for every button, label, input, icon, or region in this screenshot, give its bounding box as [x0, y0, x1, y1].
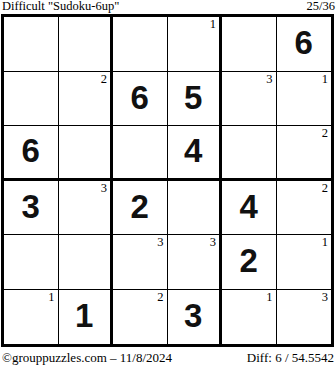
cell-r6c1[interactable]: 1: [4, 290, 59, 345]
cell-r2c5[interactable]: 3: [222, 72, 277, 127]
cell-r4c2[interactable]: 3: [59, 181, 114, 236]
cell-r1c4[interactable]: 1: [168, 17, 223, 72]
page-title: Difficult "Sudoku-6up": [2, 0, 119, 13]
cell-r6c5[interactable]: 1: [222, 290, 277, 345]
cell-r3c4[interactable]: 4: [168, 126, 223, 181]
pencil-mark: 1: [322, 72, 328, 86]
cell-r6c2[interactable]: 1: [59, 290, 114, 345]
cell-value: 4: [240, 190, 258, 223]
cell-r1c5[interactable]: [222, 17, 277, 72]
cell-value: 1: [75, 299, 93, 332]
header: Difficult "Sudoku-6up" 25/36: [2, 0, 335, 13]
pencil-mark: 3: [101, 181, 107, 195]
footer: ©grouppuzzles.com – 11/8/2024 Diff: 6 / …: [2, 350, 334, 366]
cell-value: 5: [184, 81, 202, 114]
cell-r4c4[interactable]: [168, 181, 223, 236]
cell-r5c3[interactable]: 3: [113, 235, 168, 290]
cell-r2c2[interactable]: 2: [59, 72, 114, 127]
cell-r6c3[interactable]: 2: [113, 290, 168, 345]
cell-r3c2[interactable]: [59, 126, 114, 181]
cell-r6c4[interactable]: 3: [168, 290, 223, 345]
pencil-mark: 2: [322, 126, 328, 140]
cell-value: 6: [295, 26, 313, 59]
copyright-date: ©grouppuzzles.com – 11/8/2024: [2, 350, 172, 366]
cell-r3c3[interactable]: [113, 126, 168, 181]
pencil-mark: 1: [266, 290, 272, 304]
cell-r5c6[interactable]: 1: [277, 235, 332, 290]
cell-r6c6[interactable]: 3: [277, 290, 332, 345]
pencil-mark: 1: [48, 290, 54, 304]
sudoku-grid: 1626531642332423321112313: [1, 14, 334, 347]
cell-r2c3[interactable]: 6: [113, 72, 168, 127]
cell-value: 6: [131, 81, 149, 114]
cell-r4c1[interactable]: 3: [4, 181, 59, 236]
pencil-mark: 1: [210, 17, 216, 31]
pencil-mark: 2: [322, 181, 328, 195]
pencil-mark: 3: [322, 290, 328, 304]
cell-r1c3[interactable]: [113, 17, 168, 72]
cell-r4c6[interactable]: 2: [277, 181, 332, 236]
pencil-mark: 2: [157, 290, 163, 304]
cell-r3c1[interactable]: 6: [4, 126, 59, 181]
cell-value: 3: [22, 190, 40, 223]
cell-r1c1[interactable]: [4, 17, 59, 72]
puzzle-page: Difficult "Sudoku-6up" 25/36 16265316423…: [0, 0, 336, 370]
cell-value: 4: [184, 134, 202, 167]
cell-r2c4[interactable]: 5: [168, 72, 223, 127]
cell-value: 3: [184, 299, 202, 332]
cell-r3c6[interactable]: 2: [277, 126, 332, 181]
cell-r5c5[interactable]: 2: [222, 235, 277, 290]
difficulty-rating: Diff: 6 / 54.5542: [247, 350, 334, 366]
puzzle-counter: 25/36: [307, 0, 335, 13]
cell-r5c2[interactable]: [59, 235, 114, 290]
cell-r3c5[interactable]: [222, 126, 277, 181]
cell-r4c5[interactable]: 4: [222, 181, 277, 236]
pencil-mark: 3: [266, 72, 272, 86]
cell-r2c1[interactable]: [4, 72, 59, 127]
pencil-mark: 1: [322, 235, 328, 249]
cell-value: 2: [131, 190, 149, 223]
cell-r4c3[interactable]: 2: [113, 181, 168, 236]
pencil-mark: 3: [210, 235, 216, 249]
cell-r1c6[interactable]: 6: [277, 17, 332, 72]
cell-r2c6[interactable]: 1: [277, 72, 332, 127]
cell-value: 6: [22, 134, 40, 167]
cell-value: 2: [240, 244, 258, 277]
cell-r5c4[interactable]: 3: [168, 235, 223, 290]
cell-r5c1[interactable]: [4, 235, 59, 290]
pencil-mark: 3: [157, 235, 163, 249]
cell-r1c2[interactable]: [59, 17, 114, 72]
pencil-mark: 2: [101, 72, 107, 86]
